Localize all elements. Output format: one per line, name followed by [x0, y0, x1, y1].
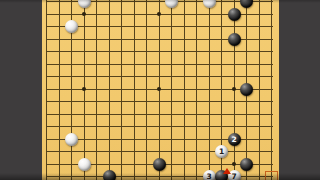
grid-vline — [184, 0, 185, 180]
grid-vline — [46, 0, 47, 180]
star-point — [232, 162, 236, 166]
stone-white[interactable] — [165, 0, 178, 8]
grid-hline — [47, 64, 273, 65]
right-gutter — [279, 0, 320, 180]
stone-white[interactable] — [65, 133, 78, 146]
stone-black[interactable] — [240, 0, 253, 8]
grid-hline — [47, 114, 273, 115]
grid-vline — [259, 0, 260, 180]
star-point — [232, 87, 236, 91]
stone-white[interactable]: 1 — [215, 145, 228, 158]
grid-hline — [47, 51, 273, 52]
grid-hline — [47, 26, 273, 27]
grid-vline — [121, 0, 122, 180]
screenshot-stage: 2137 — [0, 0, 320, 180]
star-point — [157, 87, 161, 91]
grid-vline — [209, 0, 210, 180]
grid-vline — [59, 0, 60, 180]
grid-hline — [47, 101, 273, 102]
move-number-label: 7 — [231, 170, 236, 180]
stone-black[interactable] — [228, 8, 241, 21]
grid-vline — [96, 0, 97, 180]
stone-white[interactable]: 3 — [203, 170, 216, 180]
star-point — [82, 12, 86, 16]
stone-black[interactable] — [103, 170, 116, 180]
star-point — [157, 12, 161, 16]
grid-vline — [171, 0, 172, 180]
stone-white[interactable] — [78, 0, 91, 8]
grid-vline — [146, 0, 147, 180]
grid-vline — [109, 0, 110, 180]
stone-white[interactable] — [78, 158, 91, 171]
grid-hline — [47, 126, 273, 127]
move-number-label: 3 — [206, 170, 211, 180]
grid-hline — [47, 76, 273, 77]
move-number-label: 2 — [231, 133, 236, 146]
stone-black[interactable] — [153, 158, 166, 171]
go-board[interactable]: 2137 — [42, 0, 279, 180]
last-move-triangle-marker — [223, 168, 231, 174]
stone-black[interactable] — [240, 158, 253, 171]
left-gutter — [0, 0, 42, 180]
stone-white[interactable] — [65, 20, 78, 33]
grid-vline — [196, 0, 197, 180]
star-point — [82, 87, 86, 91]
stone-black[interactable] — [240, 83, 253, 96]
stone-white[interactable] — [203, 0, 216, 8]
stone-black[interactable] — [228, 33, 241, 46]
grid-hline — [47, 151, 273, 152]
grid-vline — [271, 0, 272, 180]
grid-vline — [134, 0, 135, 180]
square-outline-marker — [265, 171, 278, 180]
move-number-label: 1 — [219, 145, 224, 158]
stone-black[interactable]: 2 — [228, 133, 241, 146]
